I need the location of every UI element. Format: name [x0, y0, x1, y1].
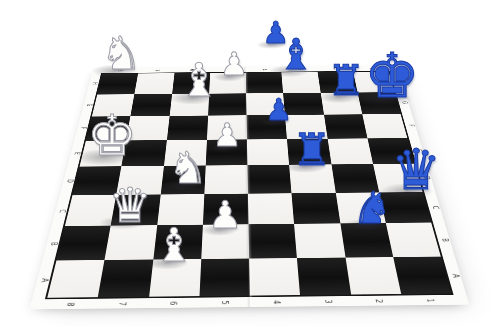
photo-canvas: 88HH77GG66FF55EE44DD33CC22BB11AA ♟♞♝♟♜♝♚… — [0, 0, 500, 326]
blue-pawn-e4[interactable]: ♟ — [266, 95, 293, 125]
white-pawn-b5[interactable]: ♟ — [208, 196, 242, 234]
white-bishop-a6[interactable]: ♝ — [153, 222, 194, 268]
blue-knight-b2[interactable]: ♞ — [352, 186, 391, 230]
white-knight-g8[interactable]: ♞ — [100, 30, 141, 76]
white-queen-b7[interactable]: ♛ — [108, 181, 151, 229]
blue-queen-c1[interactable]: ♛ — [391, 142, 441, 198]
white-knight-c6[interactable]: ♞ — [168, 146, 207, 190]
white-king-d8[interactable]: ♚ — [87, 108, 137, 164]
white-bishop-f6[interactable]: ♝ — [178, 57, 219, 103]
blue-rook-f2[interactable]: ♜ — [327, 60, 365, 102]
white-pawn-f5[interactable]: ♟ — [220, 48, 249, 80]
blue-bishop-f3[interactable]: ♝ — [277, 34, 315, 76]
pieces-layer: ♟♞♝♟♜♝♚♟♟♚♜♞♛♛♞♟♝ — [0, 0, 500, 326]
white-pawn-d5[interactable]: ♟ — [213, 119, 242, 151]
blue-rook-c3[interactable]: ♜ — [292, 128, 331, 172]
blue-king-f1[interactable]: ♚ — [364, 45, 420, 107]
